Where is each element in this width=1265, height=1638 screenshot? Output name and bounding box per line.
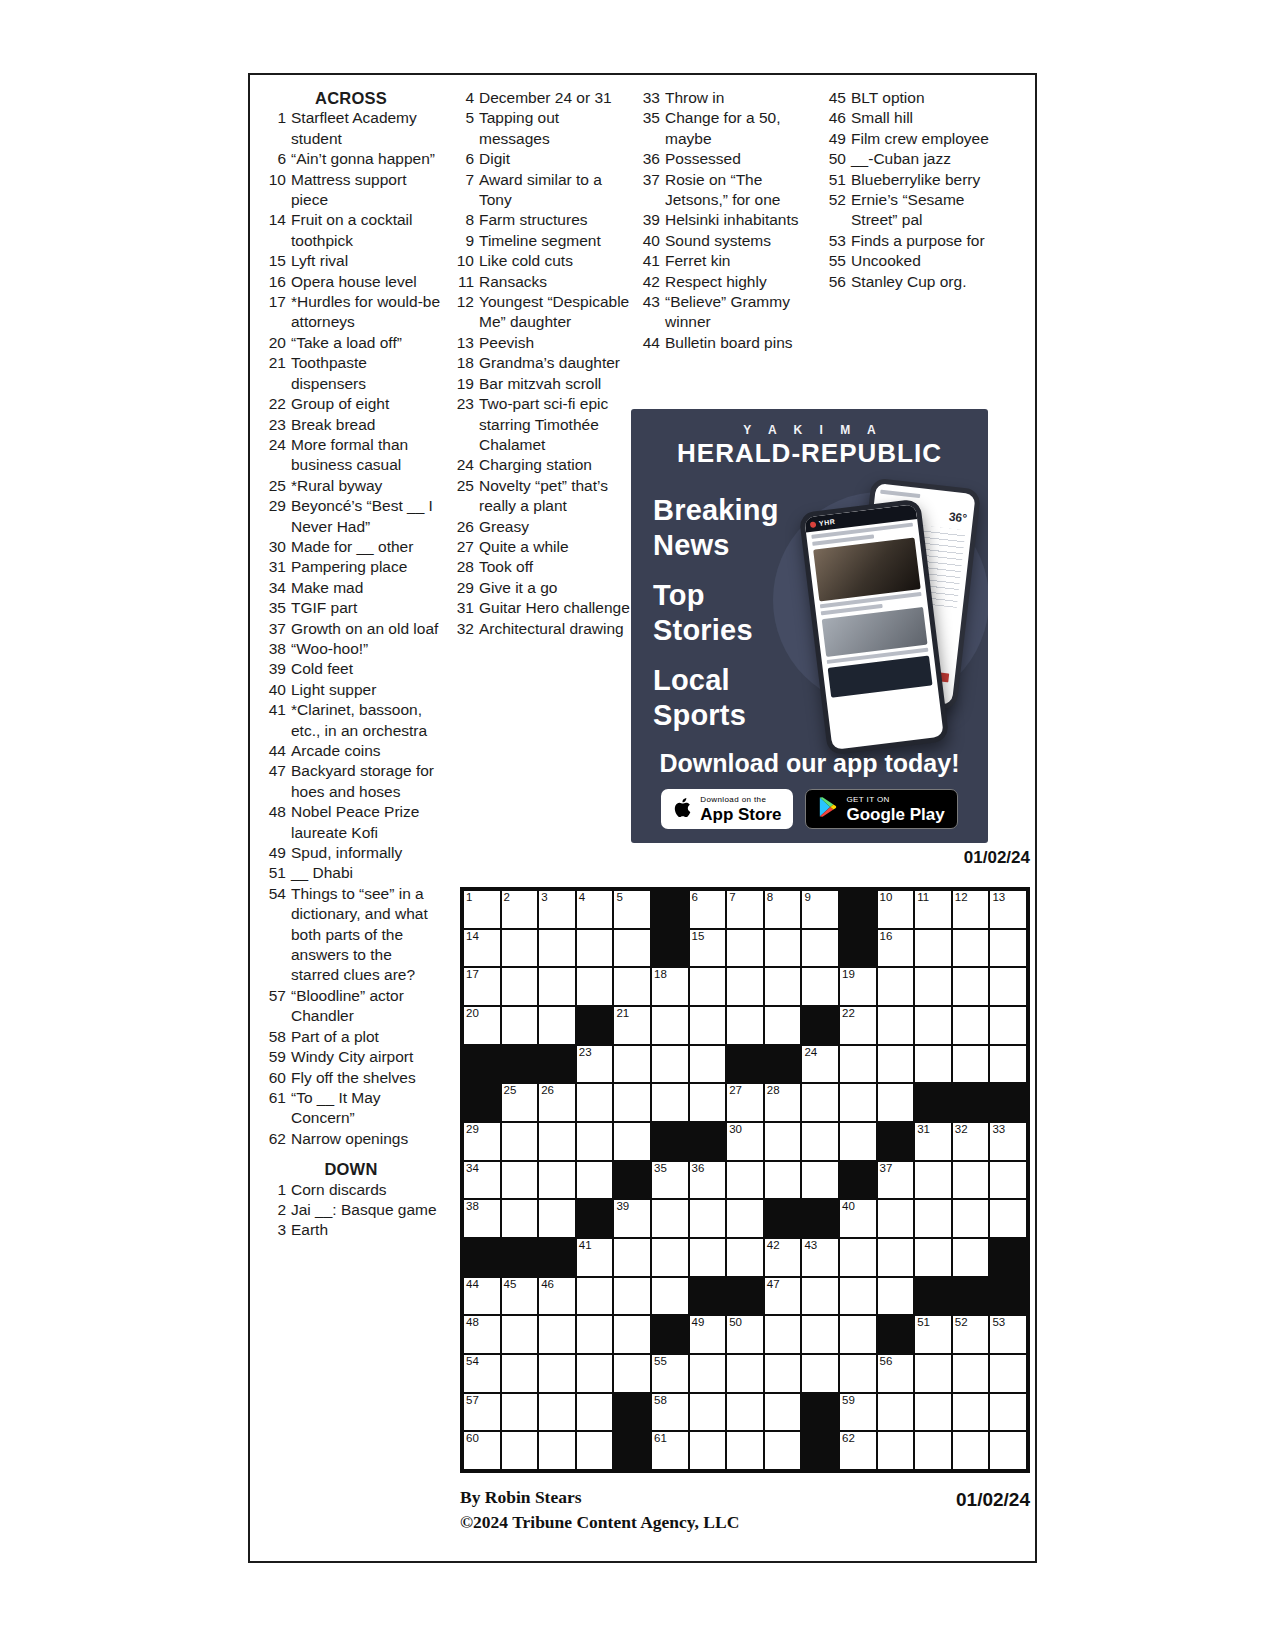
grid-cell[interactable] [915,1200,951,1237]
clue-item: 52Ernie’s “Sesame Street” pal [820,190,998,231]
grid-cell[interactable]: 36 [690,1162,726,1199]
grid-cell-number: 16 [880,931,893,943]
clue-number: 29 [448,578,479,598]
grid-cell[interactable]: 8 [765,891,801,928]
grid-cell-number: 61 [654,1433,667,1445]
clue-item: 54Things to “see” in a dictionary, and w… [260,884,442,986]
clue-text: Cold feet [291,659,442,679]
grid-cell[interactable] [690,1200,726,1237]
grid-cell-black [840,1162,876,1199]
grid-cell[interactable]: 13 [990,891,1026,928]
grid-cell[interactable]: 27 [727,1084,763,1121]
grid-cell[interactable] [502,1432,538,1469]
clue-number: 10 [260,170,291,211]
news-photo-thumbnail [813,537,921,601]
grid-cell-number: 20 [466,1008,479,1020]
clue-text: Helsinki inhabitants [665,210,814,230]
clue-number: 54 [260,884,291,986]
grid-cell-number: 47 [767,1279,780,1291]
grid-cell[interactable]: 55 [652,1355,688,1392]
grid-cell[interactable]: 3 [539,891,575,928]
grid-cell[interactable] [990,1355,1026,1392]
grid-cell[interactable] [539,1123,575,1160]
clue-text: __-Cuban jazz [851,149,998,169]
clue-number: 43 [634,292,665,333]
grid-cell[interactable] [614,1046,650,1083]
grid-cell[interactable]: 33 [990,1123,1026,1160]
grid-cell-black [464,1084,500,1121]
clue-item: 39Helsinki inhabitants [634,210,814,230]
grid-cell[interactable] [539,1355,575,1392]
grid-cell[interactable] [802,930,838,967]
clue-number: 7 [448,170,479,211]
grid-cell-number: 26 [541,1085,554,1097]
grid-cell[interactable]: 58 [652,1394,688,1431]
clue-item: 41Ferret kin [634,251,814,271]
grid-cell[interactable] [878,968,914,1005]
grid-cell-number: 10 [880,892,893,904]
grid-cell[interactable] [577,1394,613,1431]
grid-cell[interactable]: 49 [690,1316,726,1353]
grid-cell[interactable] [953,1046,989,1083]
clue-text: Finds a purpose for [851,231,998,251]
grid-cell[interactable] [953,1394,989,1431]
clue-item: 1Corn discards [260,1180,442,1200]
clue-number: 44 [260,741,291,761]
crossword-grid: 1234567891011121314151617181920212223242… [460,887,1030,1473]
grid-cell[interactable] [727,1162,763,1199]
grid-cell-black [878,1123,914,1160]
grid-cell[interactable] [840,1123,876,1160]
clue-item: 37Growth on an old loaf [260,619,442,639]
grid-cell[interactable] [539,1200,575,1237]
grid-cell[interactable] [577,1355,613,1392]
grid-cell[interactable]: 39 [614,1200,650,1237]
grid-cell[interactable] [802,1123,838,1160]
grid-cell-black [765,1046,801,1083]
grid-cell[interactable] [614,930,650,967]
grid-cell[interactable] [802,1316,838,1353]
clue-item: 25Novelty “pet” that’s really a plant [448,476,630,517]
grid-cell[interactable] [990,1200,1026,1237]
grid-cell[interactable]: 54 [464,1355,500,1392]
grid-cell[interactable] [915,1239,951,1276]
grid-cell[interactable] [802,1278,838,1315]
clue-item: 27Quite a while [448,537,630,557]
clue-text: Tapping out messages [479,108,630,149]
grid-cell-number: 31 [917,1124,930,1136]
grid-cell[interactable] [614,1355,650,1392]
grid-cell[interactable] [840,1355,876,1392]
app-store-badge[interactable]: Download on the App Store [661,789,793,829]
grid-cell[interactable]: 60 [464,1432,500,1469]
grid-cell-number: 7 [729,892,735,904]
grid-cell[interactable]: 21 [614,1007,650,1044]
grid-cell[interactable] [765,1007,801,1044]
clue-column-3: 33Throw in35Change for a 50, maybe36Poss… [634,88,814,353]
grid-cell[interactable] [577,1432,613,1469]
grid-cell[interactable] [878,1200,914,1237]
grid-cell[interactable]: 43 [802,1239,838,1276]
grid-cell-black [464,1046,500,1083]
grid-cell-number: 43 [804,1240,817,1252]
grid-cell[interactable] [915,1162,951,1199]
grid-cell[interactable]: 47 [765,1278,801,1315]
clue-number: 44 [634,333,665,353]
grid-cell-black [878,1316,914,1353]
clue-number: 2 [260,1200,291,1220]
grid-cell[interactable]: 34 [464,1162,500,1199]
grid-cell-number: 24 [804,1047,817,1059]
grid-cell-number: 22 [842,1008,855,1020]
grid-cell[interactable] [539,1432,575,1469]
grid-cell[interactable]: 37 [878,1162,914,1199]
grid-cell[interactable] [953,1239,989,1276]
google-play-badge[interactable]: GET IT ON Google Play [805,789,957,829]
clue-item: 31Guitar Hero challenge [448,598,630,618]
grid-cell[interactable]: 28 [765,1084,801,1121]
grid-cell[interactable]: 10 [878,891,914,928]
grid-cell[interactable] [990,1162,1026,1199]
grid-cell[interactable] [915,1046,951,1083]
grid-cell[interactable]: 24 [802,1046,838,1083]
grid-cell[interactable] [802,968,838,1005]
grid-cell[interactable] [840,1084,876,1121]
grid-cell[interactable] [577,1278,613,1315]
grid-cell-number: 50 [729,1317,742,1329]
grid-cell[interactable]: 11 [915,891,951,928]
grid-cell[interactable]: 40 [840,1200,876,1237]
grid-cell[interactable] [690,1355,726,1392]
grid-cell[interactable]: 18 [652,968,688,1005]
clue-number: 22 [260,394,291,414]
grid-cell-number: 5 [616,892,622,904]
grid-cell[interactable] [614,1084,650,1121]
grid-cell[interactable] [878,1084,914,1121]
grid-cell[interactable] [727,1007,763,1044]
grid-cell[interactable] [840,1046,876,1083]
grid-cell-number: 57 [466,1395,479,1407]
clue-item: 46Small hill [820,108,998,128]
grid-cell[interactable] [840,1316,876,1353]
grid-cell[interactable] [990,930,1026,967]
grid-cell[interactable] [577,1123,613,1160]
clue-text: Uncooked [851,251,998,271]
clue-number: 1 [260,1180,291,1200]
grid-cell[interactable] [539,968,575,1005]
clue-number: 30 [260,537,291,557]
grid-cell[interactable]: 26 [539,1084,575,1121]
grid-cell[interactable] [953,1432,989,1469]
grid-cell[interactable] [727,1355,763,1392]
grid-cell[interactable]: 32 [953,1123,989,1160]
grid-cell[interactable] [727,1432,763,1469]
grid-cell[interactable] [502,968,538,1005]
grid-cell[interactable]: 52 [953,1316,989,1353]
grid-cell[interactable] [727,1239,763,1276]
grid-cell[interactable] [915,930,951,967]
grid-cell-number: 21 [616,1008,629,1020]
grid-cell[interactable]: 14 [464,930,500,967]
grid-cell[interactable]: 30 [727,1123,763,1160]
grid-cell[interactable] [915,968,951,1005]
grid-cell[interactable]: 51 [915,1316,951,1353]
clue-text: Took off [479,557,630,577]
grid-cell[interactable] [878,1007,914,1044]
grid-cell[interactable] [577,1316,613,1353]
grid-cell[interactable] [953,968,989,1005]
grid-cell[interactable] [539,1394,575,1431]
grid-cell[interactable] [953,1007,989,1044]
grid-cell[interactable] [652,1278,688,1315]
grid-cell-number: 34 [466,1163,479,1175]
clue-item: 3Earth [260,1220,442,1240]
grid-cell-black [502,1239,538,1276]
clue-item: 14Fruit on a cocktail toothpick [260,210,442,251]
grid-cell-number: 32 [955,1124,968,1136]
clue-text: Fly off the shelves [291,1068,442,1088]
grid-cell[interactable]: 12 [953,891,989,928]
grid-cell[interactable]: 19 [840,968,876,1005]
grid-cell[interactable] [614,1278,650,1315]
grid-cell[interactable] [990,1046,1026,1083]
grid-cell[interactable] [765,930,801,967]
grid-cell-number: 13 [992,892,1005,904]
grid-cell[interactable] [539,1316,575,1353]
clue-item: 11Ransacks [448,272,630,292]
grid-cell[interactable]: 1 [464,891,500,928]
clue-number: 26 [448,517,479,537]
clue-item: 44Arcade coins [260,741,442,761]
grid-cell[interactable]: 44 [464,1278,500,1315]
copyright: ©2024 Tribune Content Agency, LLC [460,1512,739,1533]
grid-cell[interactable]: 62 [840,1432,876,1469]
grid-cell[interactable] [690,968,726,1005]
grid-cell[interactable]: 56 [878,1355,914,1392]
grid-cell[interactable] [652,1007,688,1044]
grid-cell[interactable] [765,1316,801,1353]
clue-text: Award similar to a Tony [479,170,630,211]
grid-cell[interactable] [690,1046,726,1083]
grid-cell[interactable] [690,1432,726,1469]
grid-cell[interactable] [765,968,801,1005]
grid-cell[interactable]: 16 [878,930,914,967]
clue-text: Pampering place [291,557,442,577]
grid-cell[interactable]: 4 [577,891,613,928]
grid-cell[interactable] [502,930,538,967]
grid-cell[interactable] [765,1355,801,1392]
grid-cell[interactable] [652,1046,688,1083]
grid-cell-number: 59 [842,1395,855,1407]
clue-number: 21 [260,353,291,394]
grid-cell[interactable]: 17 [464,968,500,1005]
grid-cell[interactable] [614,1123,650,1160]
clue-item: 37Rosie on “The Jetsons,” for one [634,170,814,211]
clue-text: Ernie’s “Sesame Street” pal [851,190,998,231]
grid-cell-number: 12 [955,892,968,904]
grid-cell-number: 46 [541,1279,554,1291]
grid-cell[interactable]: 23 [577,1046,613,1083]
grid-cell[interactable]: 35 [652,1162,688,1199]
clue-text: Nobel Peace Prize laureate Kofi [291,802,442,843]
grid-cell[interactable] [727,968,763,1005]
grid-cell[interactable]: 61 [652,1432,688,1469]
grid-cell[interactable]: 50 [727,1316,763,1353]
grid-cell-number: 6 [692,892,698,904]
grid-cell-number: 53 [992,1317,1005,1329]
grid-cell[interactable]: 42 [765,1239,801,1276]
clue-number: 62 [260,1129,291,1149]
grid-cell[interactable] [614,1239,650,1276]
grid-cell-number: 45 [504,1279,517,1291]
clue-item: 26Greasy [448,517,630,537]
grid-cell[interactable] [953,930,989,967]
clue-item: 32Architectural drawing [448,619,630,639]
clue-item: 15Lyft rival [260,251,442,271]
grid-cell[interactable]: 6 [690,891,726,928]
clue-item: 1Starfleet Academy student [260,108,442,149]
grid-cell[interactable] [690,1084,726,1121]
grid-cell[interactable] [539,1162,575,1199]
grid-cell[interactable] [802,1084,838,1121]
clue-item: 55Uncooked [820,251,998,271]
clue-text: Small hill [851,108,998,128]
grid-cell-number: 35 [654,1163,667,1175]
grid-cell[interactable]: 53 [990,1316,1026,1353]
grid-cell[interactable] [802,1162,838,1199]
grid-cell[interactable]: 46 [539,1278,575,1315]
grid-cell[interactable] [502,1200,538,1237]
clue-number: 56 [820,272,851,292]
grid-cell-number: 1 [466,892,472,904]
clue-item: 10Mattress support piece [260,170,442,211]
grid-cell[interactable]: 38 [464,1200,500,1237]
grid-cell[interactable] [577,1162,613,1199]
grid-cell[interactable] [878,1394,914,1431]
grid-cell[interactable]: 48 [464,1316,500,1353]
clue-text: Grandma’s daughter [479,353,630,373]
clue-number: 6 [260,149,291,169]
grid-cell[interactable]: 5 [614,891,650,928]
grid-cell[interactable] [727,930,763,967]
clue-number: 41 [260,700,291,741]
grid-cell[interactable]: 20 [464,1007,500,1044]
grid-cell[interactable] [990,968,1026,1005]
grid-cell[interactable] [502,1162,538,1199]
grid-cell[interactable] [878,1046,914,1083]
grid-cell-number: 60 [466,1433,479,1445]
grid-cell[interactable]: 7 [727,891,763,928]
grid-cell[interactable]: 41 [577,1239,613,1276]
grid-cell[interactable] [539,930,575,967]
clue-number: 25 [260,476,291,496]
grid-cell[interactable] [765,1162,801,1199]
newspaper-crossword-page: ACROSS 1Starfleet Academy student6“Ain’t… [0,0,1265,1638]
grid-cell[interactable]: 2 [502,891,538,928]
grid-cell[interactable] [502,1123,538,1160]
grid-cell[interactable] [840,1239,876,1276]
grid-cell[interactable] [577,1084,613,1121]
grid-cell[interactable] [614,1316,650,1353]
grid-cell[interactable] [652,1239,688,1276]
grid-cell[interactable] [878,1278,914,1315]
grid-cell-number: 9 [804,892,810,904]
grid-cell[interactable]: 59 [840,1394,876,1431]
grid-cell[interactable]: 31 [915,1123,951,1160]
clue-item: 24Charging station [448,455,630,475]
clue-item: 34Make mad [260,578,442,598]
grid-cell[interactable] [953,1162,989,1199]
grid-cell-black [652,1123,688,1160]
grid-cell[interactable] [502,1007,538,1044]
grid-cell[interactable] [765,1432,801,1469]
grid-cell[interactable] [953,1200,989,1237]
clue-item: 43“Believe” Grammy winner [634,292,814,333]
grid-cell[interactable]: 25 [502,1084,538,1121]
grid-cell[interactable]: 22 [840,1007,876,1044]
grid-cell[interactable]: 45 [502,1278,538,1315]
grid-cell[interactable] [990,1394,1026,1431]
grid-cell[interactable] [765,1123,801,1160]
grid-cell[interactable] [915,1432,951,1469]
grid-cell[interactable] [690,1239,726,1276]
ad-brand-name: HERALD-REPUBLIC [631,438,988,469]
grid-cell[interactable] [765,1394,801,1431]
ad-feature-top-stories: Top Stories [653,578,795,648]
grid-cell[interactable]: 29 [464,1123,500,1160]
grid-cell[interactable]: 15 [690,930,726,967]
grid-cell[interactable] [577,968,613,1005]
grid-cell[interactable] [802,1355,838,1392]
app-store-badge-tagline: Download on the [700,796,781,804]
clue-number: 8 [448,210,479,230]
clue-text: *Rural byway [291,476,442,496]
grid-cell[interactable]: 9 [802,891,838,928]
clue-text: Beyoncé’s “Best __ I Never Had” [291,496,442,537]
grid-cell[interactable] [840,1278,876,1315]
grid-cell[interactable] [990,1007,1026,1044]
grid-cell[interactable]: 57 [464,1394,500,1431]
grid-cell[interactable] [502,1355,538,1392]
grid-cell[interactable] [502,1394,538,1431]
grid-cell[interactable] [577,930,613,967]
grid-cell[interactable] [915,1007,951,1044]
grid-cell[interactable] [614,968,650,1005]
clue-number: 41 [634,251,665,271]
grid-cell-number: 56 [880,1356,893,1368]
grid-cell[interactable] [652,1084,688,1121]
grid-cell[interactable] [690,1394,726,1431]
clue-item: 50__-Cuban jazz [820,149,998,169]
clue-text: Blueberrylike berry [851,170,998,190]
grid-cell[interactable] [915,1355,951,1392]
grid-cell-black [802,1394,838,1431]
grid-cell[interactable] [727,1394,763,1431]
grid-cell[interactable] [727,1200,763,1237]
clue-number: 3 [260,1220,291,1240]
grid-cell[interactable] [652,1200,688,1237]
grid-cell[interactable] [990,1432,1026,1469]
grid-cell[interactable] [502,1316,538,1353]
grid-cell[interactable] [953,1355,989,1392]
grid-cell[interactable] [539,1007,575,1044]
grid-cell[interactable] [878,1432,914,1469]
grid-cell[interactable] [690,1007,726,1044]
grid-cell-black [614,1162,650,1199]
grid-cell-number: 33 [992,1124,1005,1136]
grid-cell[interactable] [878,1239,914,1276]
grid-cell[interactable] [915,1394,951,1431]
